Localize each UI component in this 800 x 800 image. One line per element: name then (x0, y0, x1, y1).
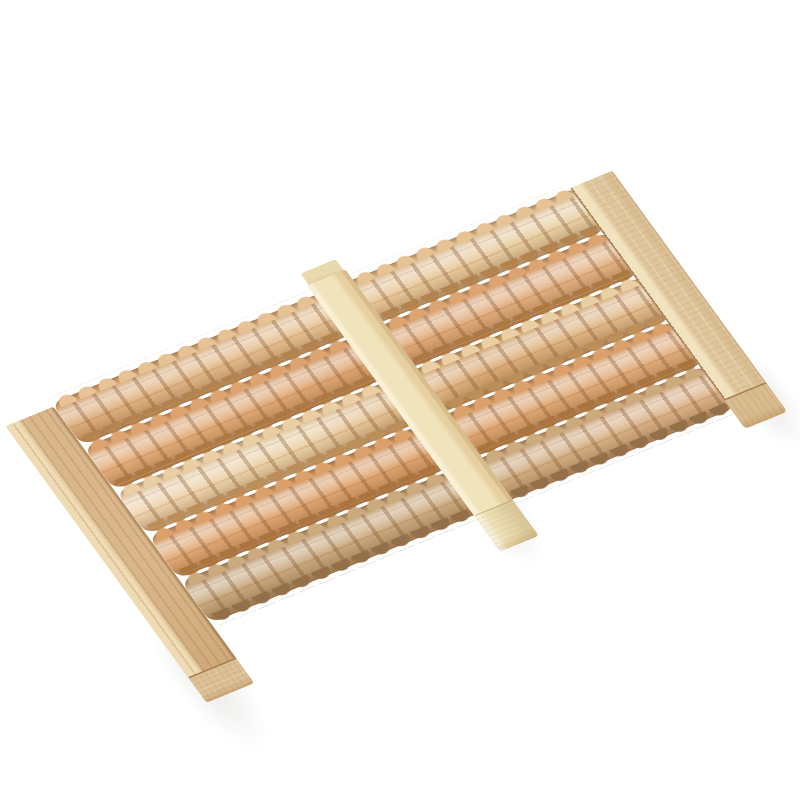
product-photo (0, 0, 800, 800)
